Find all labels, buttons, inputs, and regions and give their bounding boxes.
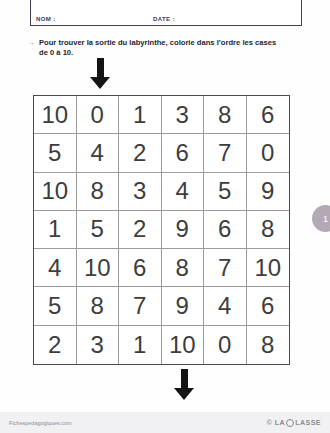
arrow-shaft bbox=[97, 58, 104, 77]
grid-cell-r2c4[interactable]: 6 bbox=[162, 134, 205, 172]
grid-cell-r4c3[interactable]: 2 bbox=[119, 211, 162, 249]
page-number-badge: 1 bbox=[312, 205, 330, 232]
grid-cell-r6c4[interactable]: 9 bbox=[162, 287, 205, 325]
footer-bar: Fichespedagogiques.com © LA C LASSE bbox=[0, 412, 330, 433]
worksheet-page: NOM : DATE : → Pour trouver la sortie du… bbox=[0, 0, 330, 433]
grid-cell-r5c3[interactable]: 6 bbox=[119, 249, 162, 287]
grid-cell-r4c2[interactable]: 5 bbox=[77, 211, 120, 249]
logo-suffix: LASSE bbox=[295, 419, 321, 426]
instruction: → Pour trouver la sortie du labyrinthe, … bbox=[27, 38, 315, 57]
grid-cell-r2c6[interactable]: 0 bbox=[247, 134, 290, 172]
grid-cell-r5c6[interactable]: 10 bbox=[247, 249, 290, 287]
grid-cell-r3c3[interactable]: 3 bbox=[119, 173, 162, 211]
arrow-bullet-icon: → bbox=[27, 38, 35, 57]
grid-cell-r4c1[interactable]: 1 bbox=[34, 211, 77, 249]
site-name: Fichespedagogiques.com bbox=[9, 420, 72, 426]
grid-cell-r7c3[interactable]: 1 bbox=[119, 326, 162, 364]
instruction-line1: Pour trouver la sortie du labyrinthe, co… bbox=[39, 38, 276, 47]
grid-cell-r5c5[interactable]: 7 bbox=[204, 249, 247, 287]
grid-cell-r6c5[interactable]: 4 bbox=[204, 287, 247, 325]
maze-entry-arrow-icon bbox=[90, 58, 110, 89]
grid-cell-r5c2[interactable]: 10 bbox=[77, 249, 120, 287]
logo-prefix: © LA bbox=[267, 419, 285, 426]
grid-cell-r4c4[interactable]: 9 bbox=[162, 211, 205, 249]
grid-cell-r3c5[interactable]: 5 bbox=[204, 173, 247, 211]
grid-cell-r5c4[interactable]: 8 bbox=[162, 249, 205, 287]
number-grid: 1001386542670108345915296841068710587946… bbox=[33, 95, 290, 365]
grid-cell-r6c2[interactable]: 8 bbox=[77, 287, 120, 325]
grid-cell-r4c6[interactable]: 8 bbox=[247, 211, 290, 249]
grid-cell-r1c5[interactable]: 8 bbox=[204, 96, 247, 134]
grid-cell-r3c1[interactable]: 10 bbox=[34, 173, 77, 211]
instruction-line2: de 0 à 10. bbox=[39, 48, 73, 57]
grid-cell-r7c5[interactable]: 0 bbox=[204, 326, 247, 364]
logo-c-ring-icon: C bbox=[286, 419, 294, 427]
grid-cell-r6c1[interactable]: 5 bbox=[34, 287, 77, 325]
grid-cell-r7c1[interactable]: 2 bbox=[34, 326, 77, 364]
date-label[interactable]: DATE : bbox=[153, 16, 175, 22]
grid-cell-r1c3[interactable]: 1 bbox=[119, 96, 162, 134]
grid-cell-r1c4[interactable]: 3 bbox=[162, 96, 205, 134]
grid-cell-r2c5[interactable]: 7 bbox=[204, 134, 247, 172]
arrow-head bbox=[90, 77, 110, 89]
grid-cell-r4c5[interactable]: 6 bbox=[204, 211, 247, 249]
nom-label[interactable]: NOM : bbox=[36, 16, 56, 22]
grid-cell-r5c1[interactable]: 4 bbox=[34, 249, 77, 287]
arrow-shaft bbox=[181, 369, 188, 388]
grid-cell-r7c2[interactable]: 3 bbox=[77, 326, 120, 364]
grid-cell-r3c2[interactable]: 8 bbox=[77, 173, 120, 211]
instruction-text: Pour trouver la sortie du labyrinthe, co… bbox=[39, 38, 276, 57]
arrow-head bbox=[174, 388, 194, 400]
maze-exit-arrow-icon bbox=[174, 369, 194, 400]
grid-cell-r3c6[interactable]: 9 bbox=[247, 173, 290, 211]
grid-cell-r7c4[interactable]: 10 bbox=[162, 326, 205, 364]
grid-cell-r2c1[interactable]: 5 bbox=[34, 134, 77, 172]
grid-cell-r6c6[interactable]: 6 bbox=[247, 287, 290, 325]
grid-cell-r2c2[interactable]: 4 bbox=[77, 134, 120, 172]
grid-cell-r2c3[interactable]: 2 bbox=[119, 134, 162, 172]
grid-cell-r7c6[interactable]: 8 bbox=[247, 326, 290, 364]
grid-cell-r3c4[interactable]: 4 bbox=[162, 173, 205, 211]
grid-cell-r1c2[interactable]: 0 bbox=[77, 96, 120, 134]
grid-cell-r1c6[interactable]: 6 bbox=[247, 96, 290, 134]
grid-cell-r1c1[interactable]: 10 bbox=[34, 96, 77, 134]
name-date-header: NOM : DATE : bbox=[30, 0, 302, 26]
laclasse-logo: © LA C LASSE bbox=[267, 419, 321, 427]
grid-cell-r6c3[interactable]: 7 bbox=[119, 287, 162, 325]
